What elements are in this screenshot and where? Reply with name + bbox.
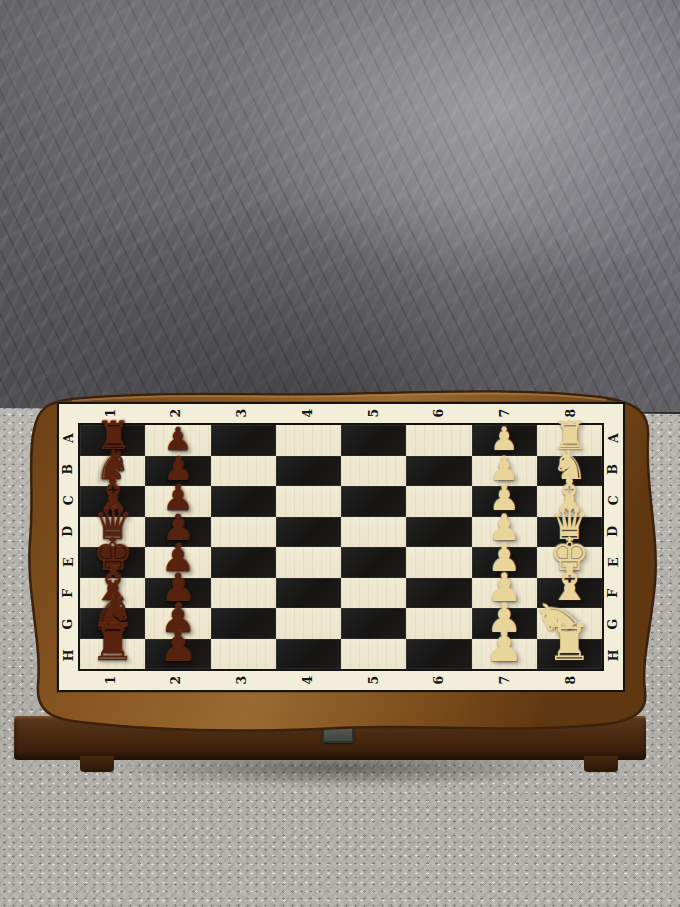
coordinate-text: 7 [499,676,512,685]
coordinate-strip-left: ABCDEFGH [59,423,78,671]
scene: 12345678 12345678 ABCDEFGH ABCDEFGH ♜♟♟♜… [0,0,680,907]
coordinate-text: G [62,619,75,630]
chess-playfield: 12345678 12345678 ABCDEFGH ABCDEFGH ♜♟♟♜… [57,402,625,692]
coordinate-label-C: C [604,485,623,516]
coordinate-text: G [607,619,620,630]
coordinate-strip-bottom: 12345678 [78,671,604,690]
square-C6[interactable] [406,486,471,517]
coordinate-text: F [62,589,75,598]
square-D6[interactable] [406,517,471,548]
coordinate-label-6: 6 [407,404,473,423]
coordinate-text: D [62,526,75,537]
coordinate-label-H: H [604,640,623,671]
square-E5[interactable] [341,547,406,578]
coordinate-label-4: 4 [275,671,341,690]
coordinate-text: 4 [302,676,315,685]
coordinate-text: E [62,558,75,568]
coordinate-text: 5 [368,409,381,418]
coordinate-strip-right: ABCDEFGH [604,423,623,671]
square-A6[interactable] [406,425,471,456]
coordinate-label-D: D [59,516,78,547]
coordinate-text: 3 [236,409,249,418]
coordinate-label-D: D [604,516,623,547]
coordinate-label-E: E [59,547,78,578]
square-A5[interactable] [341,425,406,456]
square-H3[interactable] [211,639,276,670]
light-pawn[interactable]: ♟ [485,626,523,668]
coordinate-text: H [62,650,75,662]
coordinate-label-4: 4 [275,404,341,423]
coordinate-strip-top: 12345678 [78,404,604,423]
light-rook[interactable]: ♜ [547,617,593,668]
coordinate-label-B: B [59,454,78,485]
coordinate-label-3: 3 [210,671,276,690]
coordinate-text: 7 [499,409,512,418]
square-D5[interactable] [341,517,406,548]
coordinate-text: 5 [368,676,381,685]
coordinate-text: B [607,464,620,475]
square-E3[interactable] [211,547,276,578]
coordinate-label-A: A [59,423,78,454]
coordinate-label-5: 5 [341,671,407,690]
square-B3[interactable] [211,456,276,487]
square-H5[interactable] [341,639,406,670]
coordinate-text: 3 [236,676,249,685]
coordinate-label-A: A [604,423,623,454]
square-H2[interactable]: ♟ [145,639,210,670]
coordinate-text: H [607,650,620,662]
coordinate-text: 8 [565,676,578,685]
coordinate-label-6: 6 [407,671,473,690]
coordinate-text: D [607,526,620,537]
coordinate-text: A [62,434,75,444]
coordinate-text: 6 [433,409,446,418]
square-B4[interactable] [276,456,341,487]
coordinate-text: 6 [433,676,446,685]
coordinate-text: C [607,496,620,506]
coordinate-text: A [607,434,620,444]
square-H4[interactable] [276,639,341,670]
coordinate-text: E [607,558,620,568]
square-C3[interactable] [211,486,276,517]
coordinate-label-F: F [59,578,78,609]
square-F4[interactable] [276,578,341,609]
square-H7[interactable]: ♟ [472,639,537,670]
coordinate-text: B [62,464,75,475]
coordinate-label-1: 1 [78,671,144,690]
coordinate-label-F: F [604,578,623,609]
coordinate-label-H: H [59,640,78,671]
square-A3[interactable] [211,425,276,456]
coordinate-text: 2 [170,676,183,685]
square-G5[interactable] [341,608,406,639]
board-drawer-base [14,716,646,760]
wall-background [0,0,680,412]
coordinate-label-G: G [604,609,623,640]
square-H6[interactable] [406,639,471,670]
square-G6[interactable] [406,608,471,639]
coordinate-label-E: E [604,547,623,578]
square-E6[interactable] [406,547,471,578]
dark-pawn[interactable]: ♟ [159,626,197,668]
coordinate-text: 1 [105,676,118,685]
coordinate-text: F [607,589,620,598]
square-H1[interactable]: ♜ [80,639,145,670]
square-B6[interactable] [406,456,471,487]
board-foot-right [584,756,618,772]
square-D4[interactable] [276,517,341,548]
coordinate-text: 4 [302,409,315,418]
coordinate-label-G: G [59,609,78,640]
board-foot-left [80,756,114,772]
coordinate-label-7: 7 [473,671,539,690]
square-C5[interactable] [341,486,406,517]
square-F5[interactable] [341,578,406,609]
square-G4[interactable] [276,608,341,639]
square-D3[interactable] [211,517,276,548]
square-H8[interactable]: ♜ [537,639,602,670]
coordinate-label-8: 8 [538,671,604,690]
dark-rook[interactable]: ♜ [90,617,136,668]
chess-board-grid: ♜♟♟♜♞♟♟♞♝♟♟♝♛♟♟♛♚♟♟♚♝♟♟♝♞♟♟♞♜♟♟♜ [78,423,604,671]
coordinate-label-C: C [59,485,78,516]
coordinate-label-2: 2 [144,671,210,690]
square-C4[interactable] [276,486,341,517]
coordinate-label-3: 3 [210,404,276,423]
drawer-latch[interactable] [322,726,354,743]
square-A4[interactable] [276,425,341,456]
square-E4[interactable] [276,547,341,578]
square-B5[interactable] [341,456,406,487]
coordinate-label-B: B [604,454,623,485]
coordinate-text: 2 [170,409,183,418]
coordinate-label-5: 5 [341,404,407,423]
square-F3[interactable] [211,578,276,609]
square-G3[interactable] [211,608,276,639]
coordinate-text: C [62,496,75,506]
square-F6[interactable] [406,578,471,609]
